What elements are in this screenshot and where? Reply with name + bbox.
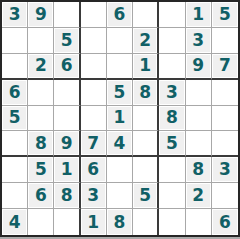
sudoku-cell: 4 [2, 209, 28, 235]
sudoku-cell: 6 [81, 157, 107, 183]
sudoku-cell[interactable] [133, 157, 159, 183]
sudoku-cell: 8 [186, 157, 212, 183]
sudoku-cell[interactable] [81, 54, 107, 80]
sudoku-cell[interactable] [212, 183, 238, 209]
sudoku-cell: 6 [54, 54, 80, 80]
sudoku-cell: 9 [54, 131, 80, 157]
sudoku-cell: 9 [186, 54, 212, 80]
sudoku-cell[interactable] [107, 157, 133, 183]
sudoku-cell[interactable] [186, 131, 212, 157]
sudoku-cell[interactable] [2, 54, 28, 80]
sudoku-cell: 1 [54, 157, 80, 183]
sudoku-cell[interactable] [2, 183, 28, 209]
sudoku-cell[interactable] [54, 209, 80, 235]
sudoku-cell[interactable] [159, 2, 185, 28]
sudoku-puzzle: 396155232619765835188974551683683524186 [0, 0, 240, 239]
sudoku-cell[interactable] [81, 106, 107, 132]
sudoku-cell: 8 [107, 209, 133, 235]
sudoku-cell[interactable] [54, 80, 80, 106]
sudoku-cell[interactable] [159, 28, 185, 54]
sudoku-cell: 8 [54, 183, 80, 209]
sudoku-cell: 8 [28, 131, 54, 157]
sudoku-cell[interactable] [2, 157, 28, 183]
sudoku-cell: 5 [159, 131, 185, 157]
sudoku-cell: 5 [54, 28, 80, 54]
sudoku-cell: 1 [107, 106, 133, 132]
sudoku-cell[interactable] [159, 209, 185, 235]
sudoku-cell[interactable] [212, 28, 238, 54]
sudoku-cell: 3 [81, 183, 107, 209]
sudoku-cell: 2 [28, 54, 54, 80]
sudoku-cell[interactable] [186, 209, 212, 235]
sudoku-cell: 9 [28, 2, 54, 28]
sudoku-cell[interactable] [133, 209, 159, 235]
sudoku-cell[interactable] [186, 106, 212, 132]
sudoku-cell: 1 [186, 2, 212, 28]
sudoku-cell[interactable] [81, 2, 107, 28]
sudoku-cell[interactable] [28, 28, 54, 54]
sudoku-cell[interactable] [28, 209, 54, 235]
sudoku-cell: 3 [212, 157, 238, 183]
sudoku-cell[interactable] [107, 183, 133, 209]
sudoku-cell: 7 [81, 131, 107, 157]
sudoku-cell: 5 [107, 80, 133, 106]
sudoku-cell[interactable] [159, 157, 185, 183]
sudoku-cell[interactable] [133, 131, 159, 157]
sudoku-cell: 8 [159, 106, 185, 132]
sudoku-cell: 3 [186, 28, 212, 54]
sudoku-cell: 5 [28, 157, 54, 183]
sudoku-cell[interactable] [54, 2, 80, 28]
sudoku-cell: 6 [2, 80, 28, 106]
sudoku-cell[interactable] [107, 54, 133, 80]
sudoku-cell: 6 [107, 2, 133, 28]
sudoku-cell: 6 [28, 183, 54, 209]
sudoku-cell: 8 [133, 80, 159, 106]
sudoku-cell[interactable] [159, 183, 185, 209]
sudoku-cell[interactable] [28, 80, 54, 106]
sudoku-cell[interactable] [133, 106, 159, 132]
sudoku-cell[interactable] [212, 106, 238, 132]
sudoku-cell[interactable] [186, 80, 212, 106]
sudoku-cell[interactable] [2, 28, 28, 54]
sudoku-cell[interactable] [28, 106, 54, 132]
sudoku-cell: 2 [133, 28, 159, 54]
sudoku-cell[interactable] [81, 80, 107, 106]
sudoku-cell[interactable] [159, 54, 185, 80]
sudoku-cell: 5 [133, 183, 159, 209]
sudoku-cell[interactable] [133, 2, 159, 28]
sudoku-board: 396155232619765835188974551683683524186 [0, 0, 240, 237]
sudoku-cell[interactable] [107, 28, 133, 54]
sudoku-cell: 2 [186, 183, 212, 209]
sudoku-cell: 3 [159, 80, 185, 106]
sudoku-cell[interactable] [212, 80, 238, 106]
sudoku-cell: 7 [212, 54, 238, 80]
sudoku-cell: 5 [212, 2, 238, 28]
sudoku-cell[interactable] [212, 131, 238, 157]
sudoku-cell: 5 [2, 106, 28, 132]
sudoku-cell[interactable] [2, 131, 28, 157]
sudoku-cell: 1 [133, 54, 159, 80]
sudoku-cell[interactable] [81, 28, 107, 54]
sudoku-cell[interactable] [54, 106, 80, 132]
sudoku-cell: 4 [107, 131, 133, 157]
sudoku-cell: 3 [2, 2, 28, 28]
sudoku-cell: 6 [212, 209, 238, 235]
sudoku-cell: 1 [81, 209, 107, 235]
